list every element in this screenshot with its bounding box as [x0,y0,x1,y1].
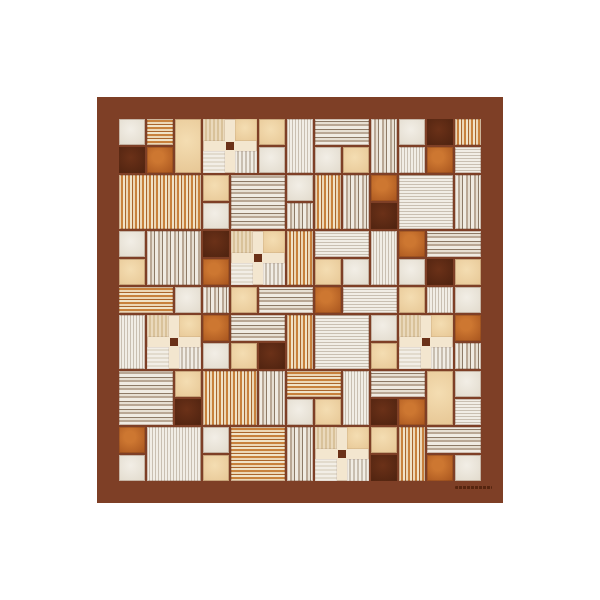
tile-wh-3-3 [203,203,229,229]
cx-quadrant [179,347,201,369]
tile-vs_g-11-6 [427,287,453,313]
cx-quadrant [231,263,253,285]
tile-vs_o-6-7 [287,315,313,369]
tile-vs_o-0-2 [119,175,201,229]
tile-or-11-1 [427,147,453,173]
tile-vs_t-3-6 [203,287,229,313]
tile-wh-6-2 [287,175,313,201]
cx-quadrant [147,347,169,369]
tile-db-3-4 [203,231,229,257]
tile-hs_o-4-11 [231,427,285,481]
tile-vs_t-6-3 [287,203,313,229]
cx-quadrant [231,231,253,253]
cx-quadrant [235,151,257,173]
tile-hs_g-7-7 [315,315,369,369]
tile-or-0-11 [119,427,145,453]
tile-hs_t-0-9 [119,371,173,425]
cx-center-square [226,142,234,150]
cx-center-square [170,338,178,346]
tile-cr-7-5 [315,259,341,285]
tile-or-3-7 [203,315,229,341]
tile-cr-3-12 [203,455,229,481]
tile-vs_g-6-0 [287,119,313,173]
tile-cr-12-5 [455,259,481,285]
tile-hs_t-5-6 [259,287,313,313]
tile-wh-10-5 [399,259,425,285]
tile-cx-10-7 [399,315,453,369]
tile-wh-7-1 [315,147,341,173]
cx-quadrant [347,459,369,481]
tile-cr-8-1 [343,147,369,173]
tile-db-11-5 [427,259,453,285]
page-canvas [0,0,600,600]
tile-cr-7-10 [315,399,341,425]
tile-vs_t-8-2 [343,175,369,229]
tile-cr-9-8 [371,343,397,369]
tile-vs_g-0-7 [119,315,145,369]
tile-vs_o-3-9 [203,371,257,425]
tile-wh-5-1 [259,147,285,173]
tile-wh-0-12 [119,455,145,481]
tile-or-1-1 [147,147,173,173]
cx-quadrant [315,427,337,449]
tile-cr-11-9 [427,371,453,425]
tile-vs_t-1-4 [147,231,201,285]
tile-vs_o-7-2 [315,175,341,229]
tile-cr-0-5 [119,259,145,285]
cx-quadrant [203,151,225,173]
tile-hs_g-8-6 [343,287,397,313]
tile-or-10-4 [399,231,425,257]
cx-center-square [338,450,346,458]
tile-hs_o-0-6 [119,287,173,313]
scarf-artwork [97,97,503,503]
tile-hs_o-6-9 [287,371,341,397]
tile-hs_g-7-4 [315,231,369,257]
tile-hs_t-4-7 [231,315,285,341]
tile-hs_t-11-4 [427,231,481,257]
tile-hs_g-12-1 [455,147,481,173]
tile-wh-8-5 [343,259,369,285]
cx-quadrant [399,347,421,369]
tile-or-10-10 [399,399,425,425]
tile-hs_t-11-11 [427,427,481,453]
cx-center-square [422,338,430,346]
tile-cr-10-6 [399,287,425,313]
tile-hs_g-12-10 [455,399,481,425]
tile-cr-4-8 [231,343,257,369]
tile-wh-9-7 [371,315,397,341]
tile-or-7-6 [315,287,341,313]
tile-cx-4-4 [231,231,285,285]
tile-vs_o-10-11 [399,427,425,481]
tile-vs_g-9-4 [371,231,397,285]
tile-hs_t-9-9 [371,371,425,397]
cx-quadrant [263,263,285,285]
tile-vs_t-12-8 [455,343,481,369]
tile-wh-2-6 [175,287,201,313]
tile-cr-3-2 [203,175,229,201]
tile-cx-3-0 [203,119,257,173]
cx-quadrant [203,119,225,141]
tile-vs_t-12-2 [455,175,481,229]
tile-db-11-0 [427,119,453,145]
tile-wh-3-11 [203,427,229,453]
tile-db-0-1 [119,147,145,173]
cx-quadrant [347,427,369,449]
tile-db-9-10 [371,399,397,425]
tile-db-9-12 [371,455,397,481]
tile-cr-2-9 [175,371,201,397]
tile-cr-2-0 [175,119,201,173]
tile-vs_g-8-9 [343,371,369,425]
tile-or-11-12 [427,455,453,481]
cx-quadrant [263,231,285,253]
patchwork-grid [118,118,482,482]
tile-wh-10-0 [399,119,425,145]
tile-cr-9-11 [371,427,397,453]
tile-cx-1-7 [147,315,201,369]
tile-db-5-8 [259,343,285,369]
tile-hs_g-10-2 [399,175,453,229]
tile-vs_t-5-9 [259,371,285,425]
tile-cx-7-11 [315,427,369,481]
cx-quadrant [315,459,337,481]
tile-cr-4-6 [231,287,257,313]
tile-vs_g-1-11 [147,427,201,481]
tile-wh-12-6 [455,287,481,313]
cx-quadrant [431,347,453,369]
tile-wh-0-0 [119,119,145,145]
cx-quadrant [399,315,421,337]
tile-vs_o-12-0 [455,119,481,145]
tile-vs_g-10-1 [399,147,425,173]
tile-hs_o-1-0 [147,119,173,145]
tile-wh-12-9 [455,371,481,397]
tile-or-12-7 [455,315,481,341]
signature-mark [455,486,492,489]
tile-vs_t-6-11 [287,427,313,481]
tile-wh-12-12 [455,455,481,481]
tile-or-9-2 [371,175,397,201]
cx-quadrant [179,315,201,337]
tile-cr-5-0 [259,119,285,145]
cx-quadrant [147,315,169,337]
cx-quadrant [235,119,257,141]
tile-vs_o-6-4 [287,231,313,285]
tile-db-9-3 [371,203,397,229]
tile-wh-0-4 [119,231,145,257]
tile-vs_t-9-0 [371,119,397,173]
cx-center-square [254,254,262,262]
tile-wh-6-10 [287,399,313,425]
cx-quadrant [431,315,453,337]
tile-db-2-10 [175,399,201,425]
tile-wh-3-8 [203,343,229,369]
tile-hs_t-4-2 [231,175,285,229]
tile-or-3-5 [203,259,229,285]
tile-hs_t-7-0 [315,119,369,145]
